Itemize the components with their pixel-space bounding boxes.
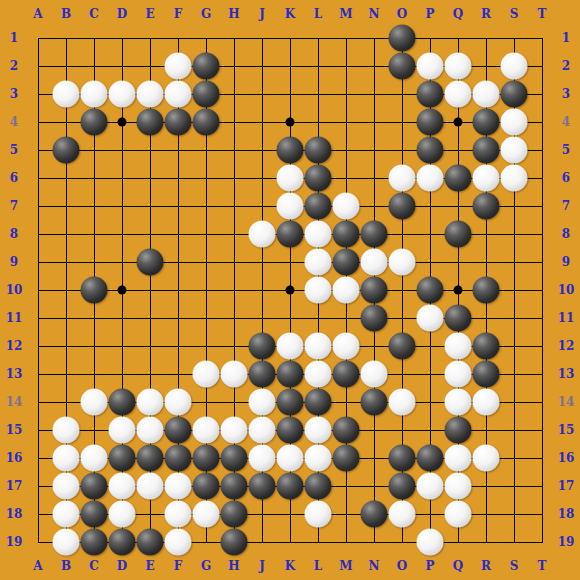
intersection-B14[interactable] <box>52 388 80 416</box>
intersection-T7[interactable] <box>528 192 556 220</box>
intersection-G14[interactable] <box>192 388 220 416</box>
intersection-M4[interactable] <box>332 108 360 136</box>
intersection-Q1[interactable] <box>444 24 472 52</box>
intersection-N7[interactable] <box>360 192 388 220</box>
col-label-top-R: R <box>475 7 497 21</box>
stone-black-L7 <box>305 193 332 220</box>
intersection-B12[interactable] <box>52 332 80 360</box>
intersection-B2[interactable] <box>52 52 80 80</box>
intersection-G5[interactable] <box>192 136 220 164</box>
intersection-N17[interactable] <box>360 472 388 500</box>
intersection-L1[interactable] <box>304 24 332 52</box>
intersection-E1[interactable] <box>136 24 164 52</box>
intersection-H12[interactable] <box>220 332 248 360</box>
row-label-left-16: 16 <box>3 451 25 465</box>
intersection-T6[interactable] <box>528 164 556 192</box>
col-label-bottom-F: F <box>167 559 189 573</box>
intersection-C12[interactable] <box>80 332 108 360</box>
intersection-E8[interactable] <box>136 220 164 248</box>
intersection-A7[interactable] <box>24 192 52 220</box>
intersection-A14[interactable] <box>24 388 52 416</box>
stone-black-K17 <box>277 473 304 500</box>
intersection-F5[interactable] <box>164 136 192 164</box>
intersection-K19[interactable] <box>276 528 304 556</box>
stone-white-L10 <box>305 277 332 304</box>
intersection-J9[interactable] <box>248 248 276 276</box>
intersection-C6[interactable] <box>80 164 108 192</box>
stone-white-D3 <box>109 81 136 108</box>
stone-white-M10 <box>333 277 360 304</box>
stone-black-D14 <box>109 389 136 416</box>
intersection-P9[interactable] <box>416 248 444 276</box>
intersection-A8[interactable] <box>24 220 52 248</box>
row-label-right-17: 17 <box>555 479 577 493</box>
stone-white-Q3 <box>445 81 472 108</box>
intersection-M6[interactable] <box>332 164 360 192</box>
stone-black-J12 <box>249 333 276 360</box>
stone-white-D18 <box>109 501 136 528</box>
intersection-F8[interactable] <box>164 220 192 248</box>
intersection-T1[interactable] <box>528 24 556 52</box>
intersection-K18[interactable] <box>276 500 304 528</box>
intersection-H6[interactable] <box>220 164 248 192</box>
intersection-K9[interactable] <box>276 248 304 276</box>
intersection-O8[interactable] <box>388 220 416 248</box>
stone-white-P17 <box>417 473 444 500</box>
intersection-A18[interactable] <box>24 500 52 528</box>
intersection-F9[interactable] <box>164 248 192 276</box>
intersection-B7[interactable] <box>52 192 80 220</box>
stone-white-B16 <box>53 445 80 472</box>
col-label-top-P: P <box>419 7 441 21</box>
intersection-N4[interactable] <box>360 108 388 136</box>
stone-white-F3 <box>165 81 192 108</box>
stone-white-P6 <box>417 165 444 192</box>
intersection-B9[interactable] <box>52 248 80 276</box>
intersection-P12[interactable] <box>416 332 444 360</box>
intersection-E7[interactable] <box>136 192 164 220</box>
stone-black-J17 <box>249 473 276 500</box>
col-label-top-D: D <box>111 7 133 21</box>
stone-black-O7 <box>389 193 416 220</box>
intersection-C8[interactable] <box>80 220 108 248</box>
intersection-C5[interactable] <box>80 136 108 164</box>
intersection-S15[interactable] <box>500 416 528 444</box>
intersection-F12[interactable] <box>164 332 192 360</box>
intersection-C2[interactable] <box>80 52 108 80</box>
intersection-G10[interactable] <box>192 276 220 304</box>
intersection-H11[interactable] <box>220 304 248 332</box>
intersection-M18[interactable] <box>332 500 360 528</box>
intersection-E2[interactable] <box>136 52 164 80</box>
intersection-F6[interactable] <box>164 164 192 192</box>
intersection-N12[interactable] <box>360 332 388 360</box>
intersection-H5[interactable] <box>220 136 248 164</box>
stone-black-G3 <box>193 81 220 108</box>
intersection-J6[interactable] <box>248 164 276 192</box>
intersection-L11[interactable] <box>304 304 332 332</box>
intersection-J1[interactable] <box>248 24 276 52</box>
stone-white-L18 <box>305 501 332 528</box>
intersection-F7[interactable] <box>164 192 192 220</box>
intersection-G19[interactable] <box>192 528 220 556</box>
intersection-S19[interactable] <box>500 528 528 556</box>
intersection-B8[interactable] <box>52 220 80 248</box>
intersection-N5[interactable] <box>360 136 388 164</box>
intersection-D13[interactable] <box>108 360 136 388</box>
intersection-S10[interactable] <box>500 276 528 304</box>
intersection-C7[interactable] <box>80 192 108 220</box>
stone-white-Q16 <box>445 445 472 472</box>
intersection-D7[interactable] <box>108 192 136 220</box>
stone-white-L15 <box>305 417 332 444</box>
intersection-H7[interactable] <box>220 192 248 220</box>
intersection-R19[interactable] <box>472 528 500 556</box>
intersection-F11[interactable] <box>164 304 192 332</box>
intersection-E11[interactable] <box>136 304 164 332</box>
intersection-T17[interactable] <box>528 472 556 500</box>
intersection-H2[interactable] <box>220 52 248 80</box>
intersection-A17[interactable] <box>24 472 52 500</box>
intersection-H9[interactable] <box>220 248 248 276</box>
intersection-D11[interactable] <box>108 304 136 332</box>
intersection-T14[interactable] <box>528 388 556 416</box>
intersection-E10[interactable] <box>136 276 164 304</box>
row-label-left-5: 5 <box>3 143 25 157</box>
intersection-L3[interactable] <box>304 80 332 108</box>
stone-black-L6 <box>305 165 332 192</box>
intersection-S18[interactable] <box>500 500 528 528</box>
intersection-F1[interactable] <box>164 24 192 52</box>
intersection-A5[interactable] <box>24 136 52 164</box>
intersection-G8[interactable] <box>192 220 220 248</box>
intersection-T13[interactable] <box>528 360 556 388</box>
intersection-H14[interactable] <box>220 388 248 416</box>
intersection-N15[interactable] <box>360 416 388 444</box>
stone-black-O1 <box>389 25 416 52</box>
intersection-N2[interactable] <box>360 52 388 80</box>
intersection-H3[interactable] <box>220 80 248 108</box>
intersection-E18[interactable] <box>136 500 164 528</box>
intersection-A1[interactable] <box>24 24 52 52</box>
stone-black-K13 <box>277 361 304 388</box>
intersection-L2[interactable] <box>304 52 332 80</box>
intersection-M1[interactable] <box>332 24 360 52</box>
intersection-S11[interactable] <box>500 304 528 332</box>
stone-white-O6 <box>389 165 416 192</box>
intersection-O15[interactable] <box>388 416 416 444</box>
intersection-T12[interactable] <box>528 332 556 360</box>
intersection-Q5[interactable] <box>444 136 472 164</box>
intersection-M17[interactable] <box>332 472 360 500</box>
stone-white-K16 <box>277 445 304 472</box>
intersection-J19[interactable] <box>248 528 276 556</box>
intersection-B11[interactable] <box>52 304 80 332</box>
intersection-S13[interactable] <box>500 360 528 388</box>
intersection-J11[interactable] <box>248 304 276 332</box>
intersection-K1[interactable] <box>276 24 304 52</box>
intersection-N19[interactable] <box>360 528 388 556</box>
intersection-O5[interactable] <box>388 136 416 164</box>
intersection-C9[interactable] <box>80 248 108 276</box>
intersection-R1[interactable] <box>472 24 500 52</box>
intersection-B10[interactable] <box>52 276 80 304</box>
intersection-A2[interactable] <box>24 52 52 80</box>
col-label-bottom-O: O <box>391 559 413 573</box>
intersection-T3[interactable] <box>528 80 556 108</box>
intersection-D12[interactable] <box>108 332 136 360</box>
intersection-S16[interactable] <box>500 444 528 472</box>
intersection-D6[interactable] <box>108 164 136 192</box>
stone-black-G16 <box>193 445 220 472</box>
intersection-A13[interactable] <box>24 360 52 388</box>
intersection-E5[interactable] <box>136 136 164 164</box>
intersection-R17[interactable] <box>472 472 500 500</box>
intersection-K2[interactable] <box>276 52 304 80</box>
stone-black-O12 <box>389 333 416 360</box>
intersection-S1[interactable] <box>500 24 528 52</box>
intersection-B6[interactable] <box>52 164 80 192</box>
intersection-A6[interactable] <box>24 164 52 192</box>
stone-black-M15 <box>333 417 360 444</box>
stone-black-L14 <box>305 389 332 416</box>
row-label-left-11: 11 <box>3 311 25 325</box>
intersection-O19[interactable] <box>388 528 416 556</box>
intersection-N1[interactable] <box>360 24 388 52</box>
intersection-N6[interactable] <box>360 164 388 192</box>
intersection-E13[interactable] <box>136 360 164 388</box>
stone-black-D19 <box>109 529 136 556</box>
intersection-J2[interactable] <box>248 52 276 80</box>
stone-white-S4 <box>501 109 528 136</box>
intersection-T9[interactable] <box>528 248 556 276</box>
intersection-R2[interactable] <box>472 52 500 80</box>
intersection-J7[interactable] <box>248 192 276 220</box>
intersection-A4[interactable] <box>24 108 52 136</box>
intersection-C11[interactable] <box>80 304 108 332</box>
intersection-P18[interactable] <box>416 500 444 528</box>
intersection-P15[interactable] <box>416 416 444 444</box>
intersection-Q9[interactable] <box>444 248 472 276</box>
row-label-left-1: 1 <box>3 31 25 45</box>
intersection-F10[interactable] <box>164 276 192 304</box>
stone-white-M7 <box>333 193 360 220</box>
intersection-N16[interactable] <box>360 444 388 472</box>
stone-white-L8 <box>305 221 332 248</box>
stone-white-R16 <box>473 445 500 472</box>
row-label-left-8: 8 <box>3 227 25 241</box>
intersection-T19[interactable] <box>528 528 556 556</box>
intersection-O3[interactable] <box>388 80 416 108</box>
intersection-J18[interactable] <box>248 500 276 528</box>
stone-white-P2 <box>417 53 444 80</box>
intersection-R11[interactable] <box>472 304 500 332</box>
intersection-K11[interactable] <box>276 304 304 332</box>
intersection-C1[interactable] <box>80 24 108 52</box>
intersection-T5[interactable] <box>528 136 556 164</box>
stone-white-K7 <box>277 193 304 220</box>
intersection-S17[interactable] <box>500 472 528 500</box>
col-label-bottom-J: J <box>251 559 273 573</box>
intersection-T4[interactable] <box>528 108 556 136</box>
stone-black-J13 <box>249 361 276 388</box>
intersection-T11[interactable] <box>528 304 556 332</box>
stone-white-J8 <box>249 221 276 248</box>
stone-white-N13 <box>361 361 388 388</box>
intersection-O10[interactable] <box>388 276 416 304</box>
intersection-O11[interactable] <box>388 304 416 332</box>
intersection-A10[interactable] <box>24 276 52 304</box>
stone-white-O9 <box>389 249 416 276</box>
intersection-G11[interactable] <box>192 304 220 332</box>
intersection-A16[interactable] <box>24 444 52 472</box>
intersection-P8[interactable] <box>416 220 444 248</box>
stone-black-P16 <box>417 445 444 472</box>
intersection-T8[interactable] <box>528 220 556 248</box>
stone-white-G13 <box>193 361 220 388</box>
intersection-J10[interactable] <box>248 276 276 304</box>
intersection-E6[interactable] <box>136 164 164 192</box>
intersection-R15[interactable] <box>472 416 500 444</box>
intersection-P13[interactable] <box>416 360 444 388</box>
stone-white-K6 <box>277 165 304 192</box>
stone-black-H16 <box>221 445 248 472</box>
stone-black-N8 <box>361 221 388 248</box>
row-label-left-4: 4 <box>3 115 25 129</box>
stone-white-P19 <box>417 529 444 556</box>
intersection-H10[interactable] <box>220 276 248 304</box>
intersection-M11[interactable] <box>332 304 360 332</box>
row-label-right-16: 16 <box>555 451 577 465</box>
intersection-G7[interactable] <box>192 192 220 220</box>
row-label-left-7: 7 <box>3 199 25 213</box>
intersection-R18[interactable] <box>472 500 500 528</box>
intersection-M14[interactable] <box>332 388 360 416</box>
col-label-bottom-B: B <box>55 559 77 573</box>
stone-white-E17 <box>137 473 164 500</box>
intersection-H1[interactable] <box>220 24 248 52</box>
intersection-H4[interactable] <box>220 108 248 136</box>
stone-white-Q18 <box>445 501 472 528</box>
intersection-J3[interactable] <box>248 80 276 108</box>
intersection-S9[interactable] <box>500 248 528 276</box>
stone-white-M12 <box>333 333 360 360</box>
intersection-L19[interactable] <box>304 528 332 556</box>
intersection-L4[interactable] <box>304 108 332 136</box>
intersection-D8[interactable] <box>108 220 136 248</box>
intersection-G1[interactable] <box>192 24 220 52</box>
row-label-right-18: 18 <box>555 507 577 521</box>
intersection-J5[interactable] <box>248 136 276 164</box>
intersection-T15[interactable] <box>528 416 556 444</box>
star-point-D4 <box>118 118 127 127</box>
stone-white-B15 <box>53 417 80 444</box>
stone-black-M13 <box>333 361 360 388</box>
intersection-C13[interactable] <box>80 360 108 388</box>
intersection-K3[interactable] <box>276 80 304 108</box>
intersection-Q7[interactable] <box>444 192 472 220</box>
row-label-left-17: 17 <box>3 479 25 493</box>
row-label-left-10: 10 <box>3 283 25 297</box>
intersection-Q19[interactable] <box>444 528 472 556</box>
intersection-M5[interactable] <box>332 136 360 164</box>
intersection-E12[interactable] <box>136 332 164 360</box>
stone-black-C19 <box>81 529 108 556</box>
stone-black-C18 <box>81 501 108 528</box>
intersection-T16[interactable] <box>528 444 556 472</box>
intersection-T2[interactable] <box>528 52 556 80</box>
intersection-T10[interactable] <box>528 276 556 304</box>
intersection-D2[interactable] <box>108 52 136 80</box>
intersection-S12[interactable] <box>500 332 528 360</box>
intersection-T18[interactable] <box>528 500 556 528</box>
stone-black-E16 <box>137 445 164 472</box>
intersection-H8[interactable] <box>220 220 248 248</box>
stone-white-J16 <box>249 445 276 472</box>
intersection-A12[interactable] <box>24 332 52 360</box>
intersection-S7[interactable] <box>500 192 528 220</box>
intersection-N3[interactable] <box>360 80 388 108</box>
stone-black-C10 <box>81 277 108 304</box>
col-label-top-K: K <box>279 7 301 21</box>
stone-white-F2 <box>165 53 192 80</box>
intersection-S8[interactable] <box>500 220 528 248</box>
stone-black-D16 <box>109 445 136 472</box>
intersection-G12[interactable] <box>192 332 220 360</box>
intersection-A3[interactable] <box>24 80 52 108</box>
intersection-G6[interactable] <box>192 164 220 192</box>
row-label-right-9: 9 <box>555 255 577 269</box>
intersection-B4[interactable] <box>52 108 80 136</box>
intersection-F13[interactable] <box>164 360 192 388</box>
intersection-A9[interactable] <box>24 248 52 276</box>
intersection-A19[interactable] <box>24 528 52 556</box>
stone-white-F18 <box>165 501 192 528</box>
stone-black-R13 <box>473 361 500 388</box>
intersection-D1[interactable] <box>108 24 136 52</box>
stone-white-F17 <box>165 473 192 500</box>
intersection-P1[interactable] <box>416 24 444 52</box>
intersection-O13[interactable] <box>388 360 416 388</box>
intersection-M3[interactable] <box>332 80 360 108</box>
intersection-A15[interactable] <box>24 416 52 444</box>
intersection-S14[interactable] <box>500 388 528 416</box>
intersection-R8[interactable] <box>472 220 500 248</box>
stone-white-J15 <box>249 417 276 444</box>
intersection-J4[interactable] <box>248 108 276 136</box>
col-label-top-E: E <box>139 7 161 21</box>
intersection-M19[interactable] <box>332 528 360 556</box>
intersection-D9[interactable] <box>108 248 136 276</box>
go-board: AA11BB22CC33DD44EE55FF66GG77HH88JJ99KK10… <box>0 0 580 580</box>
intersection-M2[interactable] <box>332 52 360 80</box>
row-label-right-11: 11 <box>555 311 577 325</box>
intersection-B1[interactable] <box>52 24 80 52</box>
intersection-O4[interactable] <box>388 108 416 136</box>
stone-black-N14 <box>361 389 388 416</box>
intersection-D5[interactable] <box>108 136 136 164</box>
stone-black-R7 <box>473 193 500 220</box>
col-label-bottom-G: G <box>195 559 217 573</box>
intersection-C15[interactable] <box>80 416 108 444</box>
col-label-bottom-H: H <box>223 559 245 573</box>
intersection-B13[interactable] <box>52 360 80 388</box>
intersection-P7[interactable] <box>416 192 444 220</box>
intersection-R9[interactable] <box>472 248 500 276</box>
intersection-A11[interactable] <box>24 304 52 332</box>
intersection-G9[interactable] <box>192 248 220 276</box>
intersection-P14[interactable] <box>416 388 444 416</box>
